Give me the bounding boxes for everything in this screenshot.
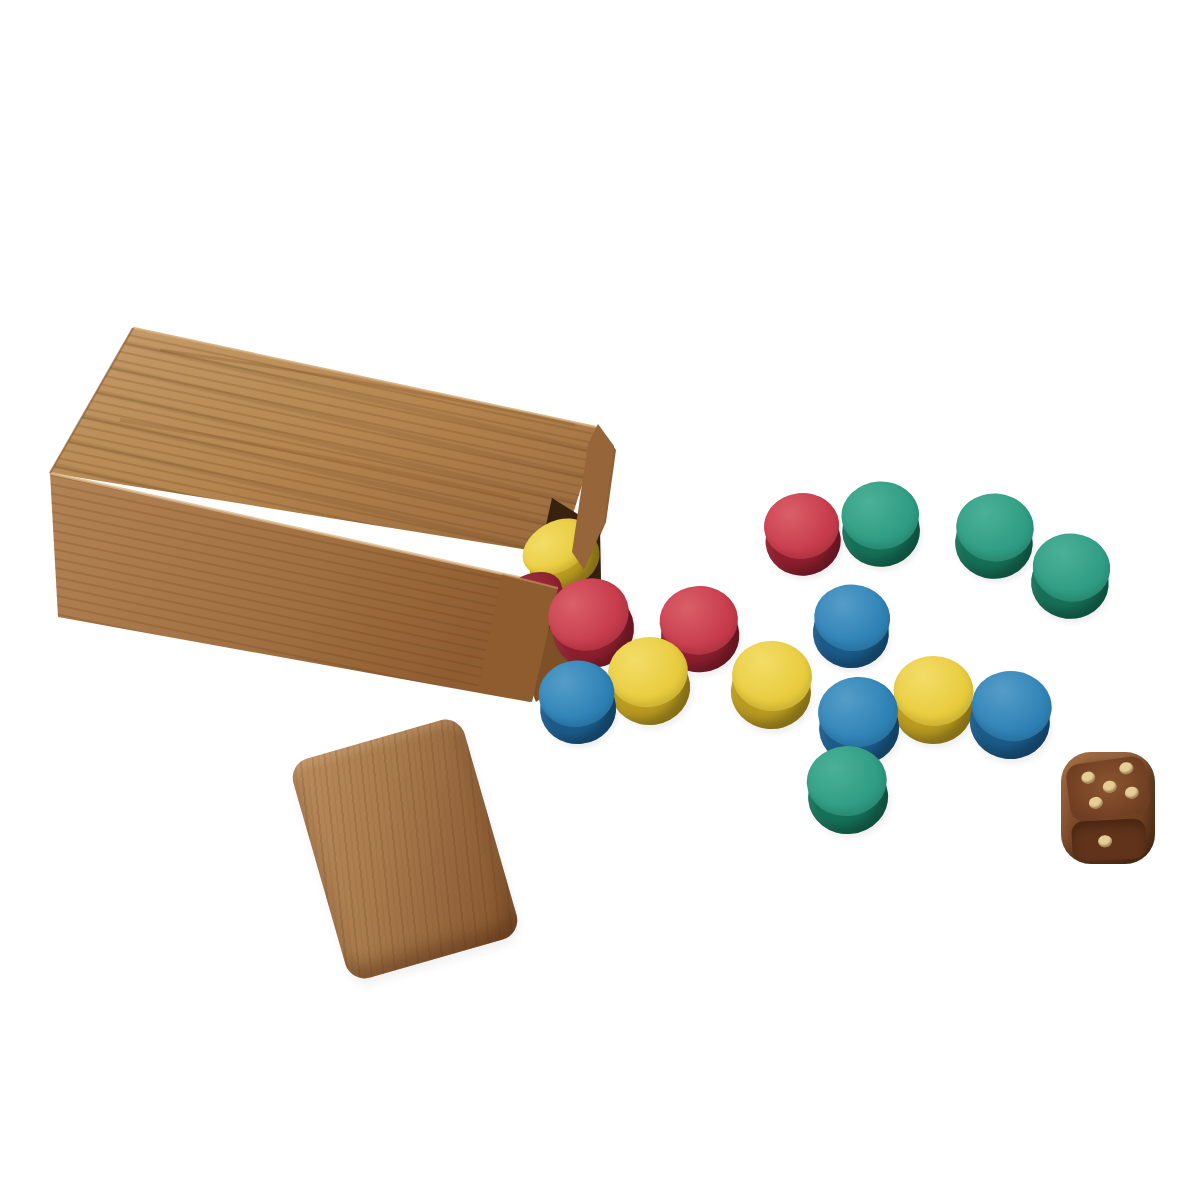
die-pip [1098, 835, 1113, 848]
token-blue [965, 666, 1055, 765]
die-top-face-five [1064, 755, 1151, 824]
die-pip [1102, 779, 1118, 793]
token-blue [810, 581, 893, 673]
die-pip [1118, 761, 1134, 775]
token-blue [535, 657, 620, 750]
token-yellow [728, 638, 814, 733]
die-front-face-one [1071, 818, 1147, 862]
token-yellow [892, 655, 975, 748]
die-pip [1080, 771, 1096, 785]
token-green [804, 743, 892, 840]
wooden-die [1061, 752, 1155, 864]
product-photo-stage [0, 0, 1200, 1200]
die-pip [1088, 795, 1104, 809]
die-pip [1124, 786, 1140, 800]
